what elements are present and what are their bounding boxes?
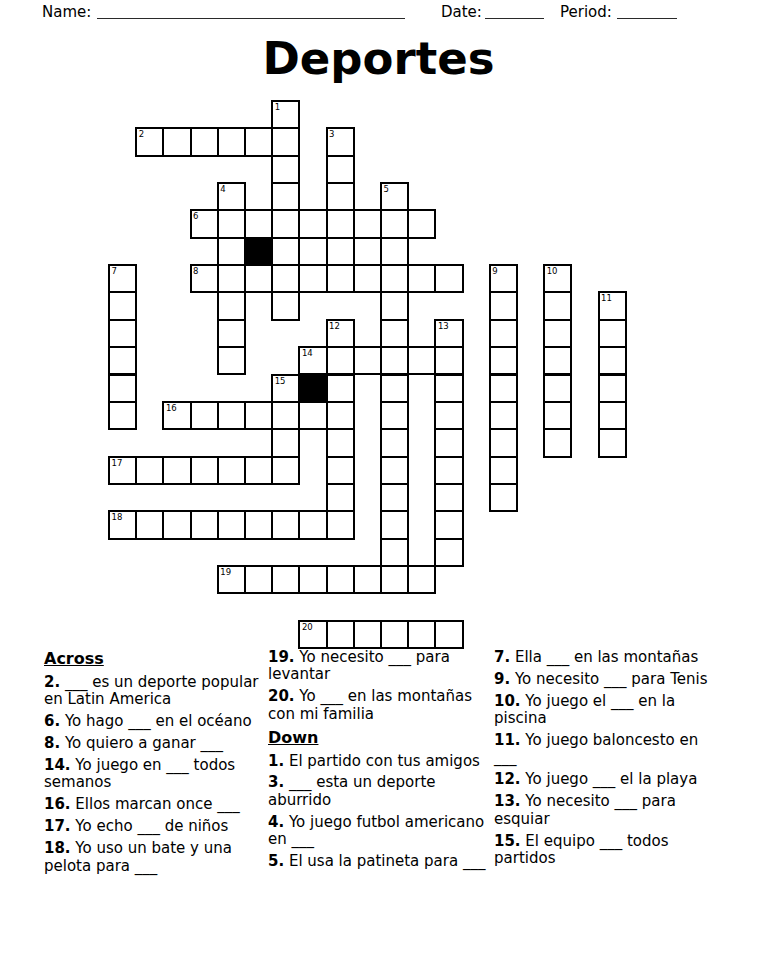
clue-number: 17 <box>112 458 123 468</box>
grid-cell[interactable] <box>271 127 300 156</box>
grid-cell[interactable] <box>407 209 436 238</box>
grid-cell[interactable] <box>217 510 246 539</box>
blocked-cell <box>298 374 327 403</box>
grid-cell[interactable]: 7 <box>108 264 137 293</box>
grid-cell[interactable] <box>489 483 518 512</box>
grid-cell[interactable] <box>326 456 355 485</box>
clue-13-down: 13. Yo necesito ___ para esquiar <box>494 793 712 828</box>
grid-cell[interactable] <box>380 209 409 238</box>
grid-cell[interactable] <box>326 237 355 266</box>
grid-cell[interactable] <box>434 401 463 430</box>
grid-cell[interactable] <box>407 264 436 293</box>
grid-cell[interactable]: 13 <box>434 319 463 348</box>
grid-cell[interactable] <box>108 319 137 348</box>
grid-cell[interactable] <box>217 291 246 320</box>
grid-cell[interactable] <box>489 401 518 430</box>
grid-cell[interactable] <box>271 401 300 430</box>
clue-2-across: 2. ___ es un deporte popular en Latin Am… <box>44 674 263 709</box>
clue-number: 4 <box>220 184 225 194</box>
grid-cell[interactable]: 20 <box>298 620 327 649</box>
grid-cell[interactable] <box>353 346 382 375</box>
grid-cell[interactable]: 15 <box>271 374 300 403</box>
grid-cell[interactable] <box>190 127 219 156</box>
grid-cell[interactable] <box>326 182 355 211</box>
grid-cell[interactable] <box>135 456 164 485</box>
clue-9-down: 9. Yo necesito ___ para Tenis <box>494 671 712 688</box>
grid-cell[interactable] <box>244 264 273 293</box>
grid-cell[interactable] <box>543 374 572 403</box>
grid-cell[interactable] <box>217 264 246 293</box>
grid-cell[interactable]: 16 <box>162 401 191 430</box>
grid-cell[interactable] <box>598 428 627 457</box>
grid-cell[interactable]: 6 <box>190 209 219 238</box>
grid-cell[interactable] <box>271 428 300 457</box>
grid-cell[interactable] <box>244 127 273 156</box>
grid-cell[interactable]: 17 <box>108 456 137 485</box>
grid-cell[interactable] <box>380 264 409 293</box>
down-clues-part2: 7. Ella ___ en las montañas9. Yo necesit… <box>494 649 712 867</box>
grid-cell[interactable] <box>543 319 572 348</box>
grid-cell[interactable] <box>326 428 355 457</box>
grid-cell[interactable] <box>162 510 191 539</box>
grid-cell[interactable] <box>380 291 409 320</box>
clue-column-left: Across 2. ___ es un deporte popular en L… <box>44 649 263 879</box>
grid-cell[interactable] <box>380 401 409 430</box>
grid-cell[interactable] <box>407 620 436 649</box>
grid-cell[interactable] <box>543 401 572 430</box>
grid-cell[interactable] <box>271 291 300 320</box>
clue-number: 1 <box>275 102 280 112</box>
grid-cell[interactable]: 4 <box>217 182 246 211</box>
grid-cell[interactable] <box>598 346 627 375</box>
grid-cell[interactable] <box>217 346 246 375</box>
grid-cell[interactable] <box>380 565 409 594</box>
grid-cell[interactable] <box>598 374 627 403</box>
name-label: Name: <box>42 3 91 21</box>
grid-cell[interactable] <box>326 209 355 238</box>
grid-cell[interactable] <box>244 456 273 485</box>
clue-number: 2 <box>139 129 144 139</box>
grid-cell[interactable]: 19 <box>217 565 246 594</box>
grid-cell[interactable] <box>489 428 518 457</box>
blocked-cell <box>244 237 273 266</box>
grid-cell[interactable] <box>217 127 246 156</box>
grid-cell[interactable] <box>326 483 355 512</box>
clue-8-across: 8. Yo quiero a ganar ___ <box>44 735 263 752</box>
period-label: Period: <box>560 3 612 21</box>
grid-cell[interactable] <box>271 237 300 266</box>
grid-cell[interactable] <box>380 374 409 403</box>
grid-cell[interactable] <box>380 538 409 567</box>
grid-cell[interactable] <box>380 428 409 457</box>
grid-cell[interactable] <box>162 127 191 156</box>
grid-cell[interactable] <box>326 346 355 375</box>
clue-number: 20 <box>302 622 313 632</box>
grid-cell[interactable] <box>298 510 327 539</box>
grid-cell[interactable] <box>380 237 409 266</box>
clue-5-down: 5. El usa la patineta para ___ <box>268 853 487 870</box>
grid-cell[interactable] <box>271 510 300 539</box>
date-label: Date: <box>441 3 482 21</box>
grid-cell[interactable] <box>271 456 300 485</box>
grid-cell[interactable] <box>598 401 627 430</box>
clue-1-down: 1. El partido con tus amigos <box>268 753 487 770</box>
clue-number: 15 <box>275 376 286 386</box>
grid-cell[interactable] <box>271 182 300 211</box>
grid-cell[interactable] <box>108 346 137 375</box>
grid-cell[interactable]: 18 <box>108 510 137 539</box>
grid-cell[interactable]: 11 <box>598 291 627 320</box>
crossword-grid: 1234567891011121314151617181920 <box>108 100 628 649</box>
grid-cell[interactable] <box>217 401 246 430</box>
clue-number: 10 <box>547 266 558 276</box>
grid-cell[interactable] <box>190 456 219 485</box>
grid-cell[interactable] <box>108 401 137 430</box>
clue-number: 12 <box>329 321 340 331</box>
grid-cell[interactable] <box>434 374 463 403</box>
grid-cell[interactable] <box>489 319 518 348</box>
grid-cell[interactable] <box>353 264 382 293</box>
clue-number: 16 <box>166 403 177 413</box>
grid-cell[interactable] <box>434 620 463 649</box>
grid-cell[interactable] <box>217 456 246 485</box>
clue-number: 6 <box>193 211 198 221</box>
name-blank-field[interactable] <box>97 3 405 19</box>
grid-cell[interactable] <box>326 401 355 430</box>
grid-cell[interactable] <box>353 620 382 649</box>
clue-number: 9 <box>492 266 497 276</box>
clue-7-down: 7. Ella ___ en las montañas <box>494 649 712 666</box>
grid-cell[interactable] <box>380 456 409 485</box>
grid-cell[interactable] <box>190 401 219 430</box>
grid-cell[interactable] <box>353 565 382 594</box>
grid-cell[interactable] <box>108 291 137 320</box>
grid-cell[interactable] <box>407 346 436 375</box>
grid-cell[interactable]: 2 <box>135 127 164 156</box>
grid-cell[interactable] <box>407 565 436 594</box>
grid-cell[interactable] <box>434 510 463 539</box>
grid-cell[interactable]: 9 <box>489 264 518 293</box>
clue-19-across: 19. Yo necesito ___ para levantar <box>268 649 487 684</box>
clue-number: 14 <box>302 348 313 358</box>
grid-cell[interactable] <box>543 346 572 375</box>
grid-cell[interactable] <box>162 456 191 485</box>
grid-cell[interactable] <box>217 237 246 266</box>
grid-cell[interactable] <box>298 565 327 594</box>
clue-number: 11 <box>601 293 612 303</box>
grid-cell[interactable]: 3 <box>326 127 355 156</box>
across-clues-part2: 19. Yo necesito ___ para levantar20. Yo … <box>268 649 487 723</box>
period-blank-field[interactable] <box>617 3 677 19</box>
down-clues-part1: 1. El partido con tus amigos3. ___ esta … <box>268 753 487 871</box>
grid-cell[interactable] <box>271 155 300 184</box>
grid-cell[interactable] <box>489 346 518 375</box>
clue-10-down: 10. Yo juego el ___ en la piscina <box>494 693 712 728</box>
grid-cell[interactable]: 5 <box>380 182 409 211</box>
grid-cell[interactable] <box>434 538 463 567</box>
grid-cell[interactable] <box>326 620 355 649</box>
clue-number: 8 <box>193 266 198 276</box>
grid-cell[interactable] <box>489 374 518 403</box>
grid-cell[interactable] <box>217 209 246 238</box>
grid-cell[interactable]: 1 <box>271 100 300 129</box>
grid-cell[interactable] <box>434 483 463 512</box>
grid-cell[interactable] <box>434 346 463 375</box>
worksheet-page: { "game": "crossword", "title": "Deporte… <box>0 0 757 980</box>
grid-cell[interactable] <box>353 209 382 238</box>
across-header: Across <box>44 649 263 668</box>
clue-20-across: 20. Yo ___ en las montañas con mi famili… <box>268 688 487 723</box>
grid-cell[interactable] <box>271 264 300 293</box>
grid-cell[interactable] <box>489 456 518 485</box>
grid-cell[interactable] <box>271 209 300 238</box>
grid-cell[interactable] <box>298 209 327 238</box>
clue-3-down: 3. ___ esta un deporte aburrido <box>268 774 487 809</box>
grid-cell[interactable] <box>190 510 219 539</box>
down-header: Down <box>268 728 487 747</box>
grid-cell[interactable] <box>244 209 273 238</box>
clue-17-across: 17. Yo echo ___ de niños <box>44 818 263 835</box>
grid-cell[interactable] <box>543 291 572 320</box>
grid-cell[interactable]: 10 <box>543 264 572 293</box>
clue-15-down: 15. El equipo ___ todos partidos <box>494 833 712 868</box>
clue-column-right: 7. Ella ___ en las montañas9. Yo necesit… <box>494 649 712 872</box>
grid-cell[interactable] <box>434 264 463 293</box>
grid-cell[interactable] <box>326 565 355 594</box>
grid-cell[interactable]: 12 <box>326 319 355 348</box>
grid-cell[interactable] <box>326 155 355 184</box>
grid-cell[interactable] <box>108 374 137 403</box>
clue-6-across: 6. Yo hago ___ en el océano <box>44 713 263 730</box>
grid-cell[interactable] <box>380 319 409 348</box>
grid-cell[interactable] <box>380 483 409 512</box>
grid-cell[interactable] <box>244 401 273 430</box>
clue-number: 18 <box>112 512 123 522</box>
clue-number: 13 <box>438 321 449 331</box>
grid-cell[interactable] <box>298 401 327 430</box>
grid-cell[interactable] <box>271 565 300 594</box>
clue-4-down: 4. Yo juego futbol americano en ___ <box>268 814 487 849</box>
date-blank-field[interactable] <box>485 3 544 19</box>
grid-cell[interactable]: 8 <box>190 264 219 293</box>
grid-cell[interactable] <box>326 374 355 403</box>
grid-cell[interactable] <box>380 620 409 649</box>
page-title: Deportes <box>0 32 757 85</box>
grid-cell[interactable] <box>489 291 518 320</box>
grid-cell[interactable] <box>326 264 355 293</box>
grid-cell[interactable] <box>434 428 463 457</box>
clue-number: 19 <box>220 567 231 577</box>
clue-16-across: 16. Ellos marcan once ___ <box>44 796 263 813</box>
clue-number: 3 <box>329 129 334 139</box>
grid-cell[interactable] <box>326 510 355 539</box>
grid-cell[interactable]: 14 <box>298 346 327 375</box>
across-clues-part1: 2. ___ es un deporte popular en Latin Am… <box>44 674 263 875</box>
grid-cell[interactable] <box>543 428 572 457</box>
clue-number: 7 <box>112 266 117 276</box>
grid-cell[interactable] <box>434 456 463 485</box>
clue-column-middle: 19. Yo necesito ___ para levantar20. Yo … <box>268 649 487 875</box>
grid-cell[interactable] <box>380 346 409 375</box>
clue-14-across: 14. Yo juego en ___ todos semanos <box>44 757 263 792</box>
grid-cell[interactable] <box>380 510 409 539</box>
grid-cell[interactable] <box>135 510 164 539</box>
grid-cell[interactable] <box>244 510 273 539</box>
clue-number: 5 <box>384 184 389 194</box>
grid-cell[interactable] <box>298 264 327 293</box>
grid-cell[interactable] <box>244 565 273 594</box>
grid-cell[interactable] <box>217 319 246 348</box>
grid-cell[interactable] <box>598 319 627 348</box>
clue-11-down: 11. Yo juego baloncesto en ___ <box>494 732 712 767</box>
clue-12-down: 12. Yo juego ___ el la playa <box>494 771 712 788</box>
clue-18-across: 18. Yo uso un bate y una pelota para ___ <box>44 840 263 875</box>
